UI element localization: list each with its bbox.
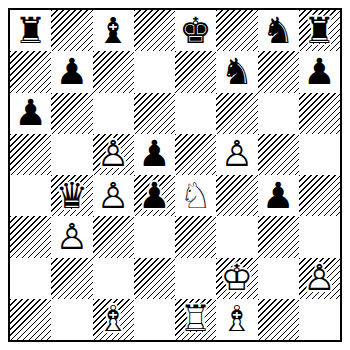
white-rook-halo: ♜ xyxy=(175,299,216,340)
square-g6[interactable] xyxy=(258,93,299,134)
black-pawn-halo: ♟ xyxy=(299,51,340,92)
square-d8[interactable] xyxy=(134,10,175,51)
square-e2[interactable] xyxy=(175,258,216,299)
black-rook-glyph: ♜ xyxy=(10,10,51,51)
black-bishop-glyph: ♝ xyxy=(93,10,134,51)
square-g8[interactable]: ♞♞ xyxy=(258,10,299,51)
black-pawn-glyph: ♟ xyxy=(258,175,299,216)
square-g7[interactable] xyxy=(258,51,299,92)
square-e6[interactable] xyxy=(175,93,216,134)
square-g4[interactable]: ♟♟ xyxy=(258,175,299,216)
black-knight-glyph: ♞ xyxy=(216,51,257,92)
black-pawn-halo: ♟ xyxy=(51,51,92,92)
white-rook: ♜♖ xyxy=(175,299,216,340)
white-pawn-halo: ♟ xyxy=(93,175,134,216)
white-pawn: ♟♙ xyxy=(299,258,340,299)
square-g1[interactable] xyxy=(258,299,299,340)
black-pawn-glyph: ♟ xyxy=(10,93,51,134)
white-king-halo: ♚ xyxy=(216,258,257,299)
square-h1[interactable] xyxy=(299,299,340,340)
square-g2[interactable] xyxy=(258,258,299,299)
black-pawn: ♟♟ xyxy=(258,175,299,216)
white-pawn-glyph: ♙ xyxy=(51,216,92,257)
square-d7[interactable] xyxy=(134,51,175,92)
square-f2[interactable]: ♚♔ xyxy=(216,258,257,299)
black-bishop-halo: ♝ xyxy=(93,10,134,51)
black-pawn-glyph: ♟ xyxy=(134,134,175,175)
black-pawn-glyph: ♟ xyxy=(299,51,340,92)
white-knight: ♞♘ xyxy=(175,175,216,216)
square-a1[interactable] xyxy=(10,299,51,340)
white-pawn-glyph: ♙ xyxy=(93,175,134,216)
white-pawn-glyph: ♙ xyxy=(299,258,340,299)
square-c5[interactable]: ♟♙ xyxy=(93,134,134,175)
square-c3[interactable] xyxy=(93,216,134,257)
white-pawn-halo: ♟ xyxy=(299,258,340,299)
black-rook-halo: ♜ xyxy=(10,10,51,51)
white-pawn: ♟♙ xyxy=(216,134,257,175)
square-b8[interactable] xyxy=(51,10,92,51)
white-pawn: ♟♙ xyxy=(93,175,134,216)
square-g3[interactable] xyxy=(258,216,299,257)
square-h2[interactable]: ♟♙ xyxy=(299,258,340,299)
white-king: ♚♔ xyxy=(216,258,257,299)
square-e8[interactable]: ♚♚ xyxy=(175,10,216,51)
black-bishop: ♝♝ xyxy=(93,10,134,51)
square-c6[interactable] xyxy=(93,93,134,134)
square-h6[interactable] xyxy=(299,93,340,134)
white-bishop-glyph: ♗ xyxy=(216,299,257,340)
square-e4[interactable]: ♞♘ xyxy=(175,175,216,216)
black-pawn-glyph: ♟ xyxy=(51,51,92,92)
black-rook-glyph: ♜ xyxy=(299,10,340,51)
white-pawn: ♟♙ xyxy=(51,216,92,257)
square-f7[interactable]: ♞♞ xyxy=(216,51,257,92)
square-b2[interactable] xyxy=(51,258,92,299)
black-rook-halo: ♜ xyxy=(299,10,340,51)
square-f5[interactable]: ♟♙ xyxy=(216,134,257,175)
square-b7[interactable]: ♟♟ xyxy=(51,51,92,92)
square-b4[interactable]: ♛♛ xyxy=(51,175,92,216)
black-rook: ♜♜ xyxy=(10,10,51,51)
square-h8[interactable]: ♜♜ xyxy=(299,10,340,51)
white-pawn-glyph: ♙ xyxy=(93,134,134,175)
black-king-glyph: ♚ xyxy=(175,10,216,51)
white-bishop-halo: ♝ xyxy=(93,299,134,340)
square-a4[interactable] xyxy=(10,175,51,216)
black-pawn-halo: ♟ xyxy=(10,93,51,134)
white-bishop: ♝♗ xyxy=(93,299,134,340)
square-f1[interactable]: ♝♗ xyxy=(216,299,257,340)
square-b1[interactable] xyxy=(51,299,92,340)
black-pawn: ♟♟ xyxy=(299,51,340,92)
square-b3[interactable]: ♟♙ xyxy=(51,216,92,257)
square-f4[interactable] xyxy=(216,175,257,216)
square-f3[interactable] xyxy=(216,216,257,257)
black-knight-glyph: ♞ xyxy=(258,10,299,51)
square-b6[interactable] xyxy=(51,93,92,134)
black-pawn: ♟♟ xyxy=(10,93,51,134)
square-c8[interactable]: ♝♝ xyxy=(93,10,134,51)
square-e7[interactable] xyxy=(175,51,216,92)
white-pawn-glyph: ♙ xyxy=(216,134,257,175)
black-pawn: ♟♟ xyxy=(134,134,175,175)
square-d4[interactable]: ♟♟ xyxy=(134,175,175,216)
square-f8[interactable] xyxy=(216,10,257,51)
square-h7[interactable]: ♟♟ xyxy=(299,51,340,92)
square-e5[interactable] xyxy=(175,134,216,175)
square-g5[interactable] xyxy=(258,134,299,175)
square-d6[interactable] xyxy=(134,93,175,134)
square-d1[interactable] xyxy=(134,299,175,340)
black-king-halo: ♚ xyxy=(175,10,216,51)
square-f6[interactable] xyxy=(216,93,257,134)
black-queen-glyph: ♛ xyxy=(51,175,92,216)
black-queen: ♛♛ xyxy=(51,175,92,216)
square-c2[interactable] xyxy=(93,258,134,299)
square-a7[interactable] xyxy=(10,51,51,92)
white-knight-glyph: ♘ xyxy=(175,175,216,216)
square-e1[interactable]: ♜♖ xyxy=(175,299,216,340)
black-pawn: ♟♟ xyxy=(134,175,175,216)
black-pawn-halo: ♟ xyxy=(134,175,175,216)
board-frame: ♜♜♝♝♚♚♞♞♜♜♟♟♞♞♟♟♟♟♟♙♟♟♟♙♛♛♟♙♟♟♞♘♟♟♟♙♚♔♟♙… xyxy=(8,8,342,342)
black-knight-halo: ♞ xyxy=(216,51,257,92)
white-bishop: ♝♗ xyxy=(216,299,257,340)
white-bishop-glyph: ♗ xyxy=(93,299,134,340)
black-knight: ♞♞ xyxy=(216,51,257,92)
white-pawn-halo: ♟ xyxy=(51,216,92,257)
black-king: ♚♚ xyxy=(175,10,216,51)
black-pawn-halo: ♟ xyxy=(134,134,175,175)
square-h5[interactable] xyxy=(299,134,340,175)
square-b5[interactable] xyxy=(51,134,92,175)
white-pawn: ♟♙ xyxy=(93,134,134,175)
black-queen-halo: ♛ xyxy=(51,175,92,216)
black-knight: ♞♞ xyxy=(258,10,299,51)
square-a5[interactable] xyxy=(10,134,51,175)
chess-diagram: ♜♜♝♝♚♚♞♞♜♜♟♟♞♞♟♟♟♟♟♙♟♟♟♙♛♛♟♙♟♟♞♘♟♟♟♙♚♔♟♙… xyxy=(0,0,350,350)
square-h3[interactable] xyxy=(299,216,340,257)
square-h4[interactable] xyxy=(299,175,340,216)
square-a8[interactable]: ♜♜ xyxy=(10,10,51,51)
chess-board: ♜♜♝♝♚♚♞♞♜♜♟♟♞♞♟♟♟♟♟♙♟♟♟♙♛♛♟♙♟♟♞♘♟♟♟♙♚♔♟♙… xyxy=(10,10,340,340)
square-a6[interactable]: ♟♟ xyxy=(10,93,51,134)
white-pawn-halo: ♟ xyxy=(216,134,257,175)
white-rook-glyph: ♖ xyxy=(175,299,216,340)
square-c7[interactable] xyxy=(93,51,134,92)
white-king-glyph: ♔ xyxy=(216,258,257,299)
black-pawn: ♟♟ xyxy=(51,51,92,92)
square-c1[interactable]: ♝♗ xyxy=(93,299,134,340)
white-bishop-halo: ♝ xyxy=(216,299,257,340)
black-rook: ♜♜ xyxy=(299,10,340,51)
square-c4[interactable]: ♟♙ xyxy=(93,175,134,216)
square-d5[interactable]: ♟♟ xyxy=(134,134,175,175)
square-e3[interactable] xyxy=(175,216,216,257)
square-a2[interactable] xyxy=(10,258,51,299)
square-d2[interactable] xyxy=(134,258,175,299)
white-knight-halo: ♞ xyxy=(175,175,216,216)
white-pawn-halo: ♟ xyxy=(93,134,134,175)
black-pawn-glyph: ♟ xyxy=(134,175,175,216)
square-a3[interactable] xyxy=(10,216,51,257)
black-knight-halo: ♞ xyxy=(258,10,299,51)
square-d3[interactable] xyxy=(134,216,175,257)
black-pawn-halo: ♟ xyxy=(258,175,299,216)
